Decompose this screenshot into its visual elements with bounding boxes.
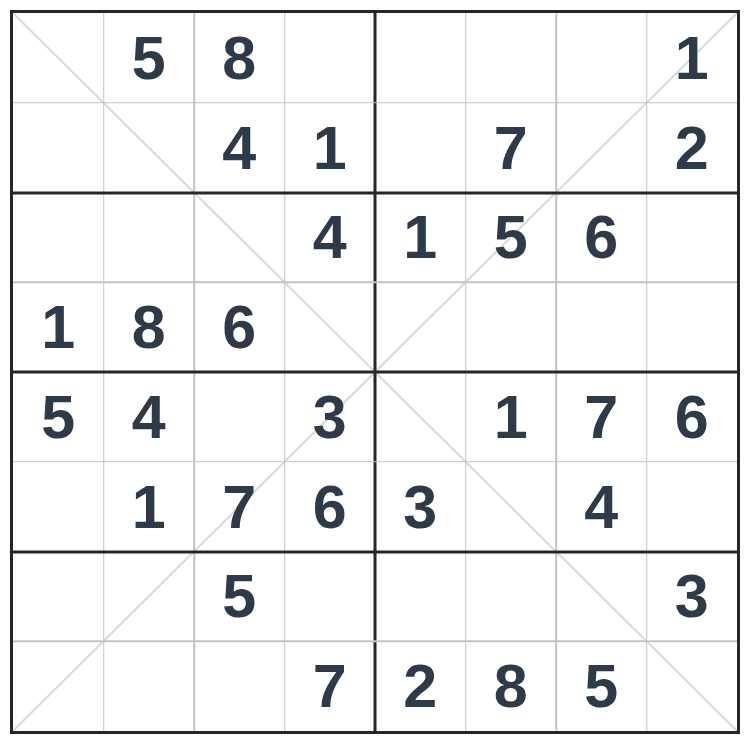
cell-r7c2[interactable]	[104, 552, 195, 642]
cell-r5c3[interactable]	[194, 372, 285, 462]
sudoku-board: 5814172415618654317617634537285	[10, 10, 740, 734]
cell-r2c1[interactable]	[13, 103, 104, 193]
cell-r4c1[interactable]: 1	[13, 282, 104, 372]
cell-r5c4[interactable]: 3	[285, 372, 376, 462]
cell-r6c2[interactable]: 1	[104, 462, 195, 552]
cell-r4c4[interactable]	[285, 282, 376, 372]
cell-r7c7[interactable]	[556, 552, 647, 642]
cell-r8c5[interactable]: 2	[375, 641, 466, 731]
cell-r6c7[interactable]: 4	[556, 462, 647, 552]
cell-r3c7[interactable]: 6	[556, 193, 647, 283]
cell-r5c2[interactable]: 4	[104, 372, 195, 462]
cell-r3c5[interactable]: 1	[375, 193, 466, 283]
cell-r3c4[interactable]: 4	[285, 193, 376, 283]
cell-r7c3[interactable]: 5	[194, 552, 285, 642]
cell-r8c2[interactable]	[104, 641, 195, 731]
cell-r2c3[interactable]: 4	[194, 103, 285, 193]
cell-r8c7[interactable]: 5	[556, 641, 647, 731]
sudoku-grid: 5814172415618654317617634537285	[13, 13, 737, 731]
cell-r8c8[interactable]	[647, 641, 738, 731]
cell-r4c5[interactable]	[375, 282, 466, 372]
cell-r1c5[interactable]	[375, 13, 466, 103]
cell-r5c6[interactable]: 1	[466, 372, 557, 462]
cell-r3c3[interactable]	[194, 193, 285, 283]
cell-r2c8[interactable]: 2	[647, 103, 738, 193]
cell-r2c5[interactable]	[375, 103, 466, 193]
cell-r1c1[interactable]	[13, 13, 104, 103]
cell-r6c1[interactable]	[13, 462, 104, 552]
cell-r7c6[interactable]	[466, 552, 557, 642]
cell-r1c6[interactable]	[466, 13, 557, 103]
cell-r8c4[interactable]: 7	[285, 641, 376, 731]
cell-r5c1[interactable]: 5	[13, 372, 104, 462]
cell-r7c8[interactable]: 3	[647, 552, 738, 642]
cell-r5c7[interactable]: 7	[556, 372, 647, 462]
sudoku-page: 5814172415618654317617634537285	[0, 0, 750, 750]
cell-r3c8[interactable]	[647, 193, 738, 283]
cell-r6c4[interactable]: 6	[285, 462, 376, 552]
cell-r3c6[interactable]: 5	[466, 193, 557, 283]
cell-r1c4[interactable]	[285, 13, 376, 103]
cell-r2c7[interactable]	[556, 103, 647, 193]
cell-r1c2[interactable]: 5	[104, 13, 195, 103]
cell-r8c1[interactable]	[13, 641, 104, 731]
cell-r4c2[interactable]: 8	[104, 282, 195, 372]
cell-r1c3[interactable]: 8	[194, 13, 285, 103]
cell-r7c1[interactable]	[13, 552, 104, 642]
cell-r1c8[interactable]: 1	[647, 13, 738, 103]
cell-r2c2[interactable]	[104, 103, 195, 193]
cell-r6c5[interactable]: 3	[375, 462, 466, 552]
cell-r6c8[interactable]	[647, 462, 738, 552]
cell-r4c6[interactable]	[466, 282, 557, 372]
cell-r1c7[interactable]	[556, 13, 647, 103]
cell-r4c3[interactable]: 6	[194, 282, 285, 372]
cell-r3c1[interactable]	[13, 193, 104, 283]
cell-r6c6[interactable]	[466, 462, 557, 552]
cell-r5c5[interactable]	[375, 372, 466, 462]
cell-r7c4[interactable]	[285, 552, 376, 642]
cell-r4c8[interactable]	[647, 282, 738, 372]
cell-r6c3[interactable]: 7	[194, 462, 285, 552]
cell-r4c7[interactable]	[556, 282, 647, 372]
cell-r2c6[interactable]: 7	[466, 103, 557, 193]
cell-r2c4[interactable]: 1	[285, 103, 376, 193]
cell-r5c8[interactable]: 6	[647, 372, 738, 462]
cell-r8c6[interactable]: 8	[466, 641, 557, 731]
cell-r3c2[interactable]	[104, 193, 195, 283]
cell-r8c3[interactable]	[194, 641, 285, 731]
cell-r7c5[interactable]	[375, 552, 466, 642]
